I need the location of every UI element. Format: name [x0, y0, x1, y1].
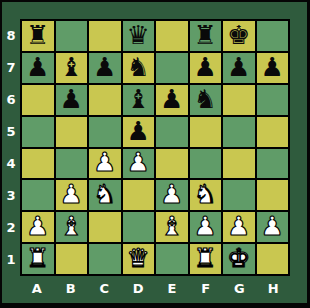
file-label-b: B — [54, 276, 88, 300]
file-labels: ABCDEFGH — [20, 276, 290, 300]
piece-black-pawn-h7: ♟ — [261, 54, 284, 80]
piece-black-pawn-g7: ♟ — [227, 54, 250, 80]
rank-label-1: 1 — [2, 244, 20, 276]
square-g8[interactable]: ♚ — [223, 21, 255, 51]
square-g4[interactable] — [223, 149, 255, 179]
chess-app-window: 87654321 ♜♛♜♚♟♝♟♞♟♟♟♟♝♟♞♟♟♟♟♞♟♞♟♝♝♟♟♟♜♛♜… — [0, 0, 310, 308]
rank-label-8: 8 — [2, 19, 20, 51]
square-d7[interactable]: ♞ — [123, 53, 155, 83]
square-b8[interactable] — [56, 21, 88, 51]
square-f2[interactable]: ♟ — [190, 212, 222, 242]
square-f6[interactable]: ♞ — [190, 85, 222, 115]
square-e2[interactable]: ♝ — [156, 212, 188, 242]
piece-black-bishop-b7: ♝ — [60, 54, 83, 80]
square-g5[interactable] — [223, 117, 255, 147]
piece-black-pawn-f7: ♟ — [194, 54, 217, 80]
piece-black-pawn-d5: ♟ — [127, 118, 150, 144]
file-label-a: A — [20, 276, 54, 300]
piece-white-rook-a1: ♜ — [26, 245, 49, 271]
piece-white-pawn-b3: ♟ — [60, 181, 83, 207]
square-h5[interactable] — [257, 117, 289, 147]
piece-black-rook-a8: ♜ — [26, 22, 49, 48]
piece-black-pawn-a7: ♟ — [26, 54, 49, 80]
piece-black-pawn-b6: ♟ — [60, 86, 83, 112]
square-c5[interactable] — [89, 117, 121, 147]
rank-label-6: 6 — [2, 83, 20, 115]
piece-white-king-g1: ♚ — [227, 245, 250, 271]
square-d6[interactable]: ♝ — [123, 85, 155, 115]
square-b5[interactable] — [56, 117, 88, 147]
piece-white-pawn-c4: ♟ — [93, 149, 116, 175]
square-a5[interactable] — [22, 117, 54, 147]
piece-black-queen-d8: ♛ — [127, 22, 150, 48]
piece-black-pawn-c7: ♟ — [93, 54, 116, 80]
square-d8[interactable]: ♛ — [123, 21, 155, 51]
square-a3[interactable] — [22, 180, 54, 210]
piece-black-knight-d7: ♞ — [127, 54, 150, 80]
square-e3[interactable]: ♟ — [156, 180, 188, 210]
square-g2[interactable]: ♟ — [223, 212, 255, 242]
piece-white-bishop-e2: ♝ — [160, 213, 183, 239]
square-e7[interactable] — [156, 53, 188, 83]
file-label-g: G — [223, 276, 257, 300]
square-g7[interactable]: ♟ — [223, 53, 255, 83]
square-c8[interactable] — [89, 21, 121, 51]
square-c4[interactable]: ♟ — [89, 149, 121, 179]
square-h3[interactable] — [257, 180, 289, 210]
square-f4[interactable] — [190, 149, 222, 179]
piece-white-pawn-h2: ♟ — [261, 213, 284, 239]
piece-white-pawn-a2: ♟ — [26, 213, 49, 239]
square-f8[interactable]: ♜ — [190, 21, 222, 51]
piece-white-pawn-g2: ♟ — [227, 213, 250, 239]
square-b3[interactable]: ♟ — [56, 180, 88, 210]
square-b1[interactable] — [56, 244, 88, 274]
square-h4[interactable] — [257, 149, 289, 179]
piece-black-knight-f6: ♞ — [194, 86, 217, 112]
square-g1[interactable]: ♚ — [223, 244, 255, 274]
square-a2[interactable]: ♟ — [22, 212, 54, 242]
rank-label-2: 2 — [2, 212, 20, 244]
square-h1[interactable] — [257, 244, 289, 274]
square-b7[interactable]: ♝ — [56, 53, 88, 83]
square-b6[interactable]: ♟ — [56, 85, 88, 115]
square-g6[interactable] — [223, 85, 255, 115]
file-label-c: C — [88, 276, 122, 300]
piece-black-bishop-d6: ♝ — [127, 86, 150, 112]
rank-label-4: 4 — [2, 148, 20, 180]
square-a8[interactable]: ♜ — [22, 21, 54, 51]
piece-white-pawn-e3: ♟ — [160, 181, 183, 207]
piece-white-bishop-b2: ♝ — [60, 213, 83, 239]
rank-label-3: 3 — [2, 180, 20, 212]
square-e5[interactable] — [156, 117, 188, 147]
square-f3[interactable]: ♞ — [190, 180, 222, 210]
file-label-h: H — [256, 276, 290, 300]
square-f5[interactable] — [190, 117, 222, 147]
square-c1[interactable] — [89, 244, 121, 274]
square-a1[interactable]: ♜ — [22, 244, 54, 274]
file-label-f: F — [189, 276, 223, 300]
square-h2[interactable]: ♟ — [257, 212, 289, 242]
square-h8[interactable] — [257, 21, 289, 51]
square-a4[interactable] — [22, 149, 54, 179]
square-h6[interactable] — [257, 85, 289, 115]
square-c3[interactable]: ♞ — [89, 180, 121, 210]
square-d3[interactable] — [123, 180, 155, 210]
piece-white-knight-f3: ♞ — [194, 181, 217, 207]
chess-board: ♜♛♜♚♟♝♟♞♟♟♟♟♝♟♞♟♟♟♟♞♟♞♟♝♝♟♟♟♜♛♜♚ — [20, 19, 290, 276]
piece-black-pawn-e6: ♟ — [160, 86, 183, 112]
square-h7[interactable]: ♟ — [257, 53, 289, 83]
piece-black-rook-f8: ♜ — [194, 22, 217, 48]
square-c2[interactable] — [89, 212, 121, 242]
square-c7[interactable]: ♟ — [89, 53, 121, 83]
piece-white-rook-f1: ♜ — [194, 245, 217, 271]
square-c6[interactable] — [89, 85, 121, 115]
square-d1[interactable]: ♛ — [123, 244, 155, 274]
file-label-d: D — [121, 276, 155, 300]
piece-white-knight-c3: ♞ — [93, 181, 116, 207]
rank-label-7: 7 — [2, 51, 20, 83]
square-e6[interactable]: ♟ — [156, 85, 188, 115]
piece-black-king-g8: ♚ — [227, 22, 250, 48]
square-e1[interactable] — [156, 244, 188, 274]
square-f7[interactable]: ♟ — [190, 53, 222, 83]
piece-white-pawn-d4: ♟ — [127, 149, 150, 175]
square-d5[interactable]: ♟ — [123, 117, 155, 147]
square-d4[interactable]: ♟ — [123, 149, 155, 179]
square-a7[interactable]: ♟ — [22, 53, 54, 83]
square-b2[interactable]: ♝ — [56, 212, 88, 242]
rank-labels: 87654321 — [2, 19, 20, 276]
file-label-e: E — [155, 276, 189, 300]
piece-white-queen-d1: ♛ — [127, 245, 150, 271]
square-d2[interactable] — [123, 212, 155, 242]
rank-label-5: 5 — [2, 115, 20, 147]
square-g3[interactable] — [223, 180, 255, 210]
square-e4[interactable] — [156, 149, 188, 179]
square-a6[interactable] — [22, 85, 54, 115]
piece-white-pawn-f2: ♟ — [194, 213, 217, 239]
square-e8[interactable] — [156, 21, 188, 51]
square-b4[interactable] — [56, 149, 88, 179]
square-f1[interactable]: ♜ — [190, 244, 222, 274]
